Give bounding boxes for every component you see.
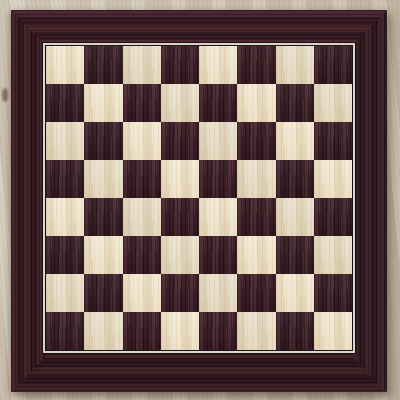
square-c2[interactable] [123,274,161,312]
board-frame-bottom [11,350,387,392]
square-h6[interactable] [314,122,352,160]
chessboard [11,10,387,392]
square-c5[interactable] [123,160,161,198]
square-b4[interactable] [84,198,122,236]
square-f8[interactable] [237,46,275,84]
square-f6[interactable] [237,122,275,160]
square-a8[interactable] [46,46,84,84]
square-h8[interactable] [314,46,352,84]
square-e2[interactable] [199,274,237,312]
square-g5[interactable] [276,160,314,198]
square-a3[interactable] [46,236,84,274]
board-frame-right [352,10,387,392]
square-a5[interactable] [46,160,84,198]
square-f7[interactable] [237,84,275,122]
square-b1[interactable] [84,312,122,350]
square-d3[interactable] [161,236,199,274]
square-g3[interactable] [276,236,314,274]
wood-knot [2,88,8,102]
board-frame-left [11,10,46,392]
square-a7[interactable] [46,84,84,122]
square-d4[interactable] [161,198,199,236]
square-h2[interactable] [314,274,352,312]
square-e6[interactable] [199,122,237,160]
square-d2[interactable] [161,274,199,312]
square-g6[interactable] [276,122,314,160]
square-h3[interactable] [314,236,352,274]
square-a4[interactable] [46,198,84,236]
square-h4[interactable] [314,198,352,236]
square-f4[interactable] [237,198,275,236]
square-f1[interactable] [237,312,275,350]
square-b5[interactable] [84,160,122,198]
square-c6[interactable] [123,122,161,160]
square-g4[interactable] [276,198,314,236]
square-h5[interactable] [314,160,352,198]
square-e1[interactable] [199,312,237,350]
board-frame-top [11,10,387,46]
square-a6[interactable] [46,122,84,160]
square-g1[interactable] [276,312,314,350]
square-g7[interactable] [276,84,314,122]
square-f3[interactable] [237,236,275,274]
square-e4[interactable] [199,198,237,236]
square-e8[interactable] [199,46,237,84]
square-b2[interactable] [84,274,122,312]
square-h1[interactable] [314,312,352,350]
square-e5[interactable] [199,160,237,198]
square-g8[interactable] [276,46,314,84]
square-c4[interactable] [123,198,161,236]
square-d7[interactable] [161,84,199,122]
square-b3[interactable] [84,236,122,274]
square-b8[interactable] [84,46,122,84]
square-c1[interactable] [123,312,161,350]
square-c7[interactable] [123,84,161,122]
square-e7[interactable] [199,84,237,122]
square-b7[interactable] [84,84,122,122]
square-a1[interactable] [46,312,84,350]
square-e3[interactable] [199,236,237,274]
square-h7[interactable] [314,84,352,122]
square-d6[interactable] [161,122,199,160]
square-d1[interactable] [161,312,199,350]
square-c3[interactable] [123,236,161,274]
square-b6[interactable] [84,122,122,160]
square-a2[interactable] [46,274,84,312]
square-g2[interactable] [276,274,314,312]
square-c8[interactable] [123,46,161,84]
square-d5[interactable] [161,160,199,198]
board-field [46,46,352,350]
square-d8[interactable] [161,46,199,84]
square-f5[interactable] [237,160,275,198]
square-f2[interactable] [237,274,275,312]
